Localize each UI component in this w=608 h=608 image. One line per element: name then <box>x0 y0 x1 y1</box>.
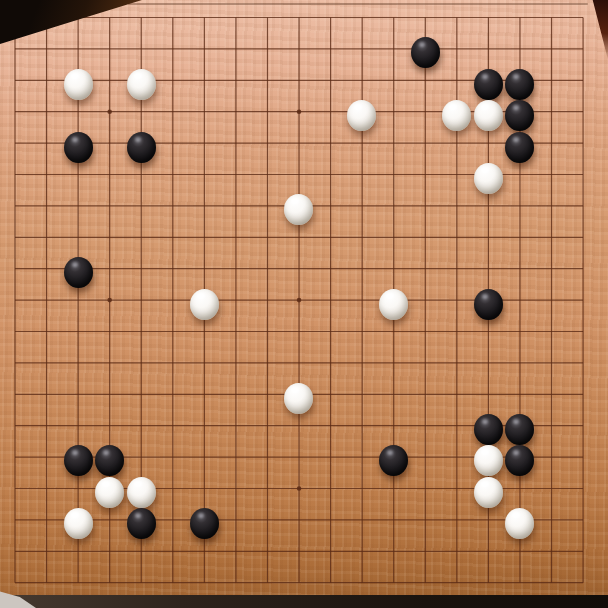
background-bottom-table-strip <box>0 595 608 608</box>
white-stone <box>64 69 93 100</box>
white-stone <box>64 508 93 539</box>
black-stone <box>190 508 219 539</box>
goban-photo-scene <box>0 0 608 608</box>
white-stone <box>127 69 156 100</box>
white-stone <box>442 100 471 131</box>
black-stone <box>95 445 124 476</box>
white-stone <box>474 163 503 194</box>
black-stone <box>505 100 534 131</box>
white-stone <box>505 508 534 539</box>
go-board <box>0 0 608 598</box>
black-stone <box>64 445 93 476</box>
white-stone <box>474 100 503 131</box>
black-stone <box>64 132 93 163</box>
white-stone <box>474 477 503 508</box>
black-stone <box>505 132 534 163</box>
white-stone <box>127 477 156 508</box>
black-stone <box>411 37 440 68</box>
black-stone <box>127 132 156 163</box>
black-stone <box>474 289 503 320</box>
black-stone <box>474 414 503 445</box>
white-stone <box>284 383 313 414</box>
black-stone <box>474 69 503 100</box>
black-stone <box>505 69 534 100</box>
black-stone <box>127 508 156 539</box>
white-stone <box>284 194 313 225</box>
stones-grid <box>0 2 599 598</box>
white-stone <box>347 100 376 131</box>
white-stone <box>95 477 124 508</box>
black-stone <box>379 445 408 476</box>
white-stone <box>190 289 219 320</box>
black-stone <box>505 445 534 476</box>
black-stone <box>64 257 93 288</box>
white-stone <box>474 445 503 476</box>
black-stone <box>505 414 534 445</box>
white-stone <box>379 289 408 320</box>
